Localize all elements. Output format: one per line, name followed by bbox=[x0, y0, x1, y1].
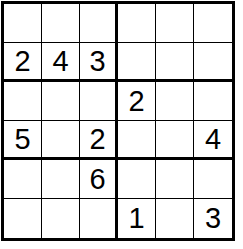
cell-r1c6-empty[interactable] bbox=[194, 4, 232, 43]
cell-r5c2-empty[interactable] bbox=[42, 160, 80, 199]
cell-r4c3-given: 2 bbox=[80, 121, 118, 160]
cell-r6c5-empty[interactable] bbox=[156, 199, 194, 238]
cell-r6c3-empty[interactable] bbox=[80, 199, 118, 238]
cell-r4c6-given: 4 bbox=[194, 121, 232, 160]
cell-r1c4-empty[interactable] bbox=[118, 4, 156, 43]
cell-r4c4-empty[interactable] bbox=[118, 121, 156, 160]
cell-r5c5-empty[interactable] bbox=[156, 160, 194, 199]
sudoku-board: 2432524613 bbox=[1, 1, 235, 241]
cell-r6c4-given: 1 bbox=[118, 199, 156, 238]
cell-r2c6-empty[interactable] bbox=[194, 43, 232, 82]
cell-r6c1-empty[interactable] bbox=[4, 199, 42, 238]
cell-r2c1-given: 2 bbox=[4, 43, 42, 82]
cell-r5c1-empty[interactable] bbox=[4, 160, 42, 199]
cell-r2c3-given: 3 bbox=[80, 43, 118, 82]
cell-r2c4-empty[interactable] bbox=[118, 43, 156, 82]
cell-r6c6-given: 3 bbox=[194, 199, 232, 238]
cell-r5c3-given: 6 bbox=[80, 160, 118, 199]
cell-r3c2-empty[interactable] bbox=[42, 82, 80, 121]
cell-r3c6-empty[interactable] bbox=[194, 82, 232, 121]
cell-r3c1-empty[interactable] bbox=[4, 82, 42, 121]
cell-r5c6-empty[interactable] bbox=[194, 160, 232, 199]
cell-r1c1-empty[interactable] bbox=[4, 4, 42, 43]
cell-r3c5-empty[interactable] bbox=[156, 82, 194, 121]
cell-r4c5-empty[interactable] bbox=[156, 121, 194, 160]
sudoku-puzzle: 2432524613 bbox=[0, 0, 236, 242]
cell-r1c5-empty[interactable] bbox=[156, 4, 194, 43]
cell-r2c2-given: 4 bbox=[42, 43, 80, 82]
cell-r5c4-empty[interactable] bbox=[118, 160, 156, 199]
cell-r1c3-empty[interactable] bbox=[80, 4, 118, 43]
cell-r2c5-empty[interactable] bbox=[156, 43, 194, 82]
cell-r6c2-empty[interactable] bbox=[42, 199, 80, 238]
cell-r3c4-given: 2 bbox=[118, 82, 156, 121]
cell-r3c3-empty[interactable] bbox=[80, 82, 118, 121]
cell-r4c2-empty[interactable] bbox=[42, 121, 80, 160]
cell-r4c1-given: 5 bbox=[4, 121, 42, 160]
cell-r1c2-empty[interactable] bbox=[42, 4, 80, 43]
